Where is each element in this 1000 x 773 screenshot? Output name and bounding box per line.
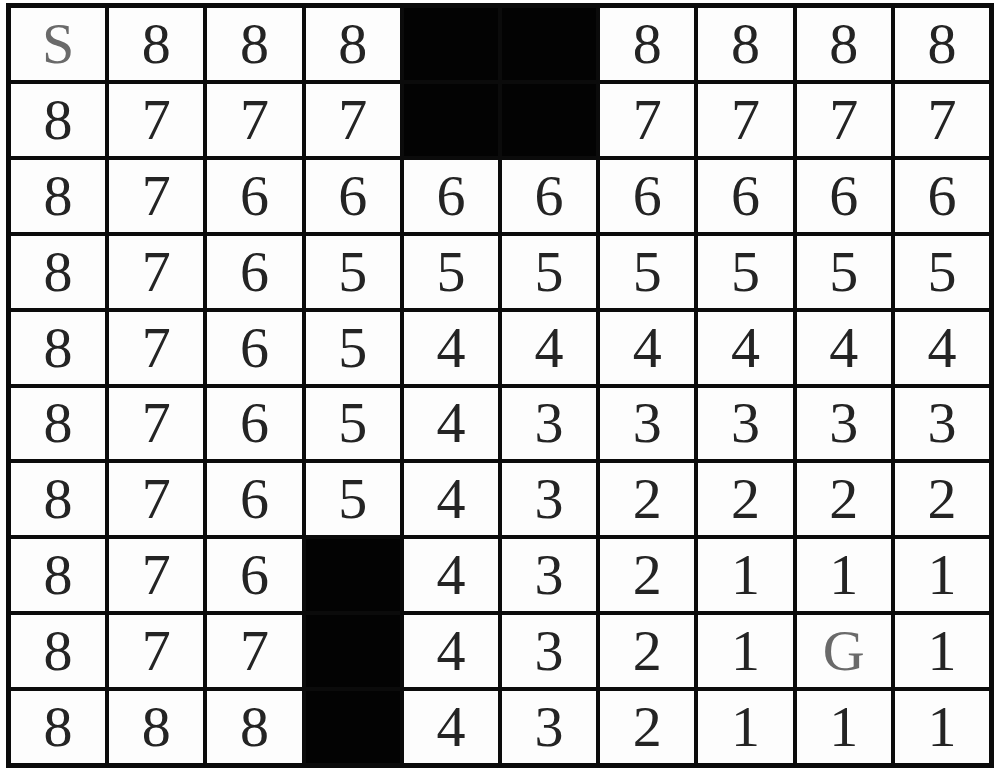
distance-cell-r8c1: 8 <box>11 539 105 611</box>
distance-cell-r5c10: 4 <box>895 312 989 384</box>
obstacle-cell-r8c4 <box>306 539 400 611</box>
distance-cell-r4c1: 8 <box>11 236 105 308</box>
distance-cell-r4c4: 5 <box>306 236 400 308</box>
distance-cell-r7c4: 5 <box>306 463 400 535</box>
start-cell-r1c1: S <box>11 8 105 80</box>
distance-cell-r3c8: 6 <box>698 160 792 232</box>
distance-cell-r1c2: 8 <box>109 8 203 80</box>
distance-cell-r9c2: 7 <box>109 615 203 687</box>
distance-cell-r1c4: 8 <box>306 8 400 80</box>
distance-cell-r4c5: 5 <box>404 236 498 308</box>
obstacle-cell-r2c6 <box>502 84 596 156</box>
distance-cell-r7c7: 2 <box>600 463 694 535</box>
distance-cell-r6c2: 7 <box>109 388 203 460</box>
distance-cell-r7c8: 2 <box>698 463 792 535</box>
distance-cell-r9c7: 2 <box>600 615 694 687</box>
distance-cell-r2c8: 7 <box>698 84 792 156</box>
distance-cell-r8c10: 1 <box>895 539 989 611</box>
distance-cell-r10c1: 8 <box>11 691 105 763</box>
distance-cell-r1c3: 8 <box>207 8 301 80</box>
distance-cell-r10c8: 1 <box>698 691 792 763</box>
distance-cell-r6c4: 5 <box>306 388 400 460</box>
distance-cell-r7c9: 2 <box>797 463 891 535</box>
distance-cell-r8c9: 1 <box>797 539 891 611</box>
distance-cell-r5c8: 4 <box>698 312 792 384</box>
distance-cell-r10c2: 8 <box>109 691 203 763</box>
distance-cell-r9c6: 3 <box>502 615 596 687</box>
distance-cell-r8c3: 6 <box>207 539 301 611</box>
distance-cell-r2c7: 7 <box>600 84 694 156</box>
distance-cell-r7c5: 4 <box>404 463 498 535</box>
distance-cell-r5c2: 7 <box>109 312 203 384</box>
distance-cell-r5c4: 5 <box>306 312 400 384</box>
distance-cell-r3c3: 6 <box>207 160 301 232</box>
distance-cell-r9c3: 7 <box>207 615 301 687</box>
distance-cell-r5c9: 4 <box>797 312 891 384</box>
distance-cell-r4c8: 5 <box>698 236 792 308</box>
distance-cell-r7c1: 8 <box>11 463 105 535</box>
distance-cell-r4c3: 6 <box>207 236 301 308</box>
distance-cell-r8c7: 2 <box>600 539 694 611</box>
distance-cell-r4c10: 5 <box>895 236 989 308</box>
distance-cell-r8c8: 1 <box>698 539 792 611</box>
distance-cell-r1c8: 8 <box>698 8 792 80</box>
distance-cell-r6c10: 3 <box>895 388 989 460</box>
distance-cell-r8c2: 7 <box>109 539 203 611</box>
distance-cell-r4c9: 5 <box>797 236 891 308</box>
distance-cell-r6c9: 3 <box>797 388 891 460</box>
distance-cell-r6c1: 8 <box>11 388 105 460</box>
distance-cell-r5c6: 4 <box>502 312 596 384</box>
distance-cell-r6c5: 4 <box>404 388 498 460</box>
distance-cell-r4c2: 7 <box>109 236 203 308</box>
distance-cell-r10c6: 3 <box>502 691 596 763</box>
distance-cell-r7c6: 3 <box>502 463 596 535</box>
distance-cell-r10c7: 2 <box>600 691 694 763</box>
distance-cell-r9c10: 1 <box>895 615 989 687</box>
obstacle-cell-r1c6 <box>502 8 596 80</box>
obstacle-cell-r2c5 <box>404 84 498 156</box>
distance-cell-r1c7: 8 <box>600 8 694 80</box>
page: S888888887777777876666666687655555558765… <box>0 0 1000 773</box>
distance-cell-r3c5: 6 <box>404 160 498 232</box>
distance-cell-r5c5: 4 <box>404 312 498 384</box>
distance-cell-r6c6: 3 <box>502 388 596 460</box>
distance-cell-r9c8: 1 <box>698 615 792 687</box>
distance-cell-r6c7: 3 <box>600 388 694 460</box>
distance-cell-r3c2: 7 <box>109 160 203 232</box>
distance-cell-r2c2: 7 <box>109 84 203 156</box>
distance-cell-r3c6: 6 <box>502 160 596 232</box>
distance-cell-r3c4: 6 <box>306 160 400 232</box>
goal-cell-r9c9: G <box>797 615 891 687</box>
distance-cell-r10c9: 1 <box>797 691 891 763</box>
distance-cell-r9c1: 8 <box>11 615 105 687</box>
distance-cell-r2c1: 8 <box>11 84 105 156</box>
distance-cell-r2c9: 7 <box>797 84 891 156</box>
distance-cell-r10c3: 8 <box>207 691 301 763</box>
distance-cell-r7c10: 2 <box>895 463 989 535</box>
distance-cell-r3c9: 6 <box>797 160 891 232</box>
distance-cell-r2c3: 7 <box>207 84 301 156</box>
distance-cell-r6c8: 3 <box>698 388 792 460</box>
distance-cell-r4c7: 5 <box>600 236 694 308</box>
distance-cell-r5c3: 6 <box>207 312 301 384</box>
distance-cell-r10c5: 4 <box>404 691 498 763</box>
distance-cell-r6c3: 6 <box>207 388 301 460</box>
distance-cell-r3c1: 8 <box>11 160 105 232</box>
distance-cell-r2c10: 7 <box>895 84 989 156</box>
obstacle-cell-r9c4 <box>306 615 400 687</box>
distance-cell-r5c1: 8 <box>11 312 105 384</box>
distance-cell-r8c6: 3 <box>502 539 596 611</box>
distance-cell-r9c5: 4 <box>404 615 498 687</box>
wavefront-grid-board: S888888887777777876666666687655555558765… <box>6 3 994 768</box>
obstacle-cell-r10c4 <box>306 691 400 763</box>
distance-cell-r4c6: 5 <box>502 236 596 308</box>
distance-cell-r1c9: 8 <box>797 8 891 80</box>
distance-cell-r8c5: 4 <box>404 539 498 611</box>
distance-cell-r3c7: 6 <box>600 160 694 232</box>
obstacle-cell-r1c5 <box>404 8 498 80</box>
distance-cell-r1c10: 8 <box>895 8 989 80</box>
distance-cell-r10c10: 1 <box>895 691 989 763</box>
distance-cell-r7c3: 6 <box>207 463 301 535</box>
distance-cell-r2c4: 7 <box>306 84 400 156</box>
distance-cell-r3c10: 6 <box>895 160 989 232</box>
distance-cell-r7c2: 7 <box>109 463 203 535</box>
distance-cell-r5c7: 4 <box>600 312 694 384</box>
